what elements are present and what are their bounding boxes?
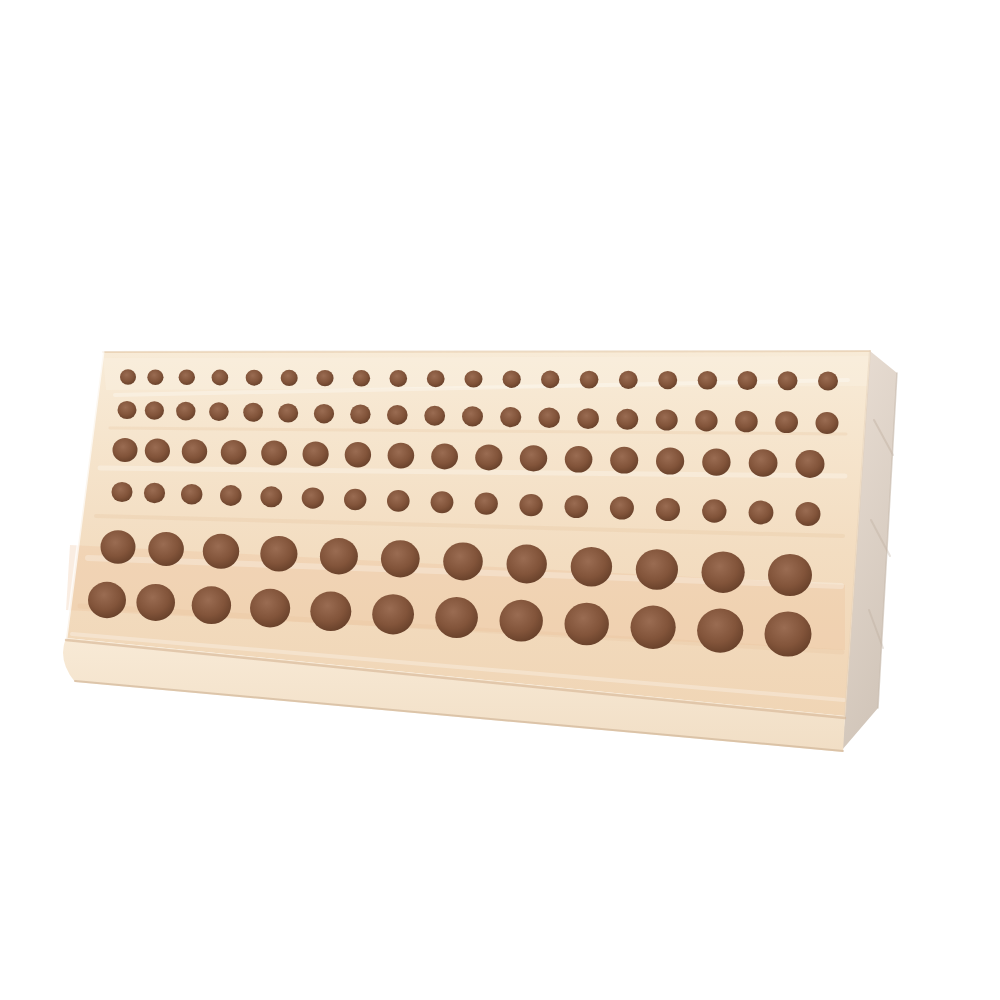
tool-hole xyxy=(387,490,410,512)
tool-hole xyxy=(261,441,287,466)
tool-hole xyxy=(147,369,163,385)
tool-hole xyxy=(616,409,638,430)
tool-hole xyxy=(636,549,678,590)
tool-hole xyxy=(390,370,408,387)
tool-hole xyxy=(695,410,717,431)
tool-hole xyxy=(775,411,798,433)
tool-hole xyxy=(387,405,408,425)
tool-hole xyxy=(310,592,351,631)
tool-hole xyxy=(768,554,812,596)
tool-hole xyxy=(120,369,136,384)
tool-hole xyxy=(631,606,676,649)
tool-hole xyxy=(702,448,730,475)
tool-hole xyxy=(580,371,599,389)
tool-hole xyxy=(565,603,609,646)
tool-hole xyxy=(656,448,684,475)
tool-hole xyxy=(427,370,445,387)
tool-hole xyxy=(316,370,333,386)
tool-hole xyxy=(344,489,366,510)
tool-hole xyxy=(698,371,717,390)
tool-hole xyxy=(246,370,263,386)
tool-hole xyxy=(221,440,247,465)
tool-hole xyxy=(658,371,677,389)
tool-hole xyxy=(302,488,324,509)
tool-hole xyxy=(176,402,195,421)
tool-hole xyxy=(243,403,263,422)
tool-hole xyxy=(350,405,370,425)
tool-hole xyxy=(278,403,298,422)
tool-hole xyxy=(353,370,370,387)
tool-hole xyxy=(388,443,415,469)
tool-hole xyxy=(250,589,290,628)
tool-hole xyxy=(179,370,195,386)
product-photo-canvas xyxy=(0,0,1000,1000)
tool-hole xyxy=(818,371,838,390)
tool-hole xyxy=(765,611,812,656)
tool-hole xyxy=(314,404,334,423)
tool-hole xyxy=(431,491,454,513)
tool-hole xyxy=(519,494,542,516)
tool-hole xyxy=(220,485,242,506)
tool-hole xyxy=(565,446,593,473)
tool-hole xyxy=(738,371,758,390)
edge-line xyxy=(103,351,870,352)
tool-hole xyxy=(88,582,126,618)
tool-hole xyxy=(281,370,298,386)
tool-hole xyxy=(118,401,137,419)
tool-hole xyxy=(749,449,778,477)
tool-hole xyxy=(507,545,547,584)
tool-hole xyxy=(145,439,170,463)
tool-hole xyxy=(610,447,638,474)
tool-hole xyxy=(702,552,745,593)
tool-hole xyxy=(500,407,521,427)
tool-hole xyxy=(500,600,543,642)
tool-hole xyxy=(702,499,726,522)
tool-hole xyxy=(148,532,184,566)
tool-hole xyxy=(796,502,821,526)
tool-hole xyxy=(192,586,231,624)
tool-hole xyxy=(577,408,599,429)
tool-hole xyxy=(303,441,329,466)
tool-hole xyxy=(541,371,559,389)
tool-hole xyxy=(796,450,825,478)
tool-hole xyxy=(182,439,207,463)
wooden-tool-rack xyxy=(0,0,1000,1000)
tool-hole xyxy=(209,402,229,421)
tool-hole xyxy=(475,493,498,515)
tool-hole xyxy=(697,609,743,653)
tool-hole xyxy=(181,484,202,505)
tool-hole xyxy=(778,371,798,390)
tool-hole xyxy=(749,501,774,525)
tool-hole xyxy=(345,442,371,467)
tool-hole xyxy=(136,584,175,621)
tool-hole xyxy=(571,547,612,587)
tool-hole xyxy=(656,498,680,521)
tool-hole xyxy=(465,370,483,387)
tool-hole xyxy=(112,482,133,502)
tool-hole xyxy=(462,406,483,426)
tool-hole xyxy=(212,370,229,386)
tool-hole xyxy=(619,371,638,389)
tool-hole xyxy=(381,540,420,577)
tool-hole xyxy=(610,497,634,520)
tool-hole xyxy=(113,438,138,462)
tool-hole xyxy=(435,597,478,638)
tool-hole xyxy=(520,445,547,471)
tool-hole xyxy=(424,406,445,426)
tool-hole xyxy=(101,530,136,564)
tool-hole xyxy=(503,371,521,388)
tool-hole xyxy=(260,486,282,507)
tool-hole xyxy=(372,594,414,634)
tool-hole xyxy=(475,444,502,470)
tool-hole xyxy=(431,444,458,470)
tool-hole xyxy=(735,411,758,433)
tool-hole xyxy=(145,401,164,419)
tool-hole xyxy=(656,409,678,430)
tool-hole xyxy=(260,536,297,572)
tool-hole xyxy=(539,408,560,429)
tool-hole xyxy=(565,495,589,518)
tool-hole xyxy=(816,412,839,434)
tool-hole xyxy=(443,542,483,580)
tool-hole xyxy=(144,483,165,503)
tool-hole xyxy=(203,534,239,569)
tool-hole xyxy=(320,538,358,574)
